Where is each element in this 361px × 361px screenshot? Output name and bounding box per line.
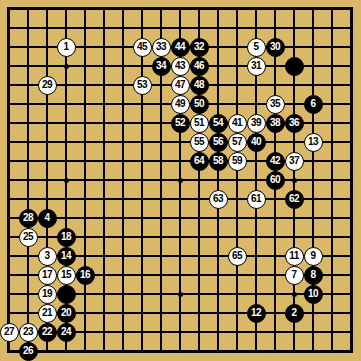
stone-30-black: 30 xyxy=(266,38,285,57)
stone-49-white: 49 xyxy=(171,95,190,114)
stone-31-white: 31 xyxy=(247,57,266,76)
stone-9-white: 9 xyxy=(304,247,323,266)
stone-14-black: 14 xyxy=(57,247,76,266)
stone-61-white: 61 xyxy=(247,190,266,209)
stone-39-white: 39 xyxy=(247,114,266,133)
stone-1-white: 1 xyxy=(57,38,76,57)
stone-22-black: 22 xyxy=(38,323,57,342)
stone-5-white: 5 xyxy=(247,38,266,57)
star-point xyxy=(178,292,183,297)
handicap-stone-black-Q16 xyxy=(285,57,304,76)
stone-11-white: 11 xyxy=(285,247,304,266)
stone-65-white: 65 xyxy=(228,247,247,266)
stone-19-white: 19 xyxy=(38,285,57,304)
stone-56-black: 56 xyxy=(209,133,228,152)
stone-12-black: 12 xyxy=(247,304,266,323)
stone-18-black: 18 xyxy=(57,228,76,247)
stone-21-white: 21 xyxy=(38,304,57,323)
stone-32-black: 32 xyxy=(190,38,209,57)
star-point xyxy=(292,292,297,297)
stone-45-white: 45 xyxy=(133,38,152,57)
stone-60-black: 60 xyxy=(266,171,285,190)
stone-50-black: 50 xyxy=(190,95,209,114)
stone-63-white: 63 xyxy=(209,190,228,209)
star-point xyxy=(64,64,69,69)
stone-15-white: 15 xyxy=(57,266,76,285)
stone-58-black: 58 xyxy=(209,152,228,171)
stone-4-black: 4 xyxy=(38,209,57,228)
handicap-stone-black-D4 xyxy=(57,285,76,304)
grid-vline xyxy=(217,9,219,351)
stone-37-white: 37 xyxy=(285,152,304,171)
stone-57-white: 57 xyxy=(228,133,247,152)
stone-10-black: 10 xyxy=(304,285,323,304)
star-point xyxy=(292,178,297,183)
stone-28-black: 28 xyxy=(19,209,38,228)
stone-55-white: 55 xyxy=(190,133,209,152)
stone-23-white: 23 xyxy=(19,323,38,342)
stone-3-white: 3 xyxy=(38,247,57,266)
stone-2-black: 2 xyxy=(285,304,304,323)
stone-20-black: 20 xyxy=(57,304,76,323)
stone-43-white: 43 xyxy=(171,57,190,76)
stone-7-white: 7 xyxy=(285,266,304,285)
stone-34-black: 34 xyxy=(152,57,171,76)
stone-35-white: 35 xyxy=(266,95,285,114)
stone-44-black: 44 xyxy=(171,38,190,57)
stone-46-black: 46 xyxy=(190,57,209,76)
stone-40-black: 40 xyxy=(247,133,266,152)
stone-27-white: 27 xyxy=(0,323,19,342)
stone-26-black: 26 xyxy=(19,342,38,361)
stone-41-white: 41 xyxy=(228,114,247,133)
stone-59-white: 59 xyxy=(228,152,247,171)
stone-24-black: 24 xyxy=(57,323,76,342)
go-board[interactable]: 1234567891011121314151617181920212223242… xyxy=(0,0,361,361)
stone-36-black: 36 xyxy=(285,114,304,133)
stone-64-black: 64 xyxy=(190,152,209,171)
stone-53-white: 53 xyxy=(133,76,152,95)
stone-13-white: 13 xyxy=(304,133,323,152)
stone-16-black: 16 xyxy=(76,266,95,285)
grid-vline xyxy=(236,9,238,351)
stone-42-black: 42 xyxy=(266,152,285,171)
stone-62-black: 62 xyxy=(285,190,304,209)
stone-17-white: 17 xyxy=(38,266,57,285)
stone-38-black: 38 xyxy=(266,114,285,133)
stone-6-black: 6 xyxy=(304,95,323,114)
stone-48-black: 48 xyxy=(190,76,209,95)
go-diagram-screen: 1234567891011121314151617181920212223242… xyxy=(0,0,361,361)
star-point xyxy=(178,178,183,183)
grid-hline xyxy=(9,217,351,219)
stone-47-white: 47 xyxy=(171,76,190,95)
stone-52-black: 52 xyxy=(171,114,190,133)
stone-8-black: 8 xyxy=(304,266,323,285)
stone-33-white: 33 xyxy=(152,38,171,57)
stone-29-white: 29 xyxy=(38,76,57,95)
grid-vline xyxy=(331,9,333,351)
star-point xyxy=(64,178,69,183)
stone-54-black: 54 xyxy=(209,114,228,133)
stone-51-white: 51 xyxy=(190,114,209,133)
stone-25-white: 25 xyxy=(19,228,38,247)
